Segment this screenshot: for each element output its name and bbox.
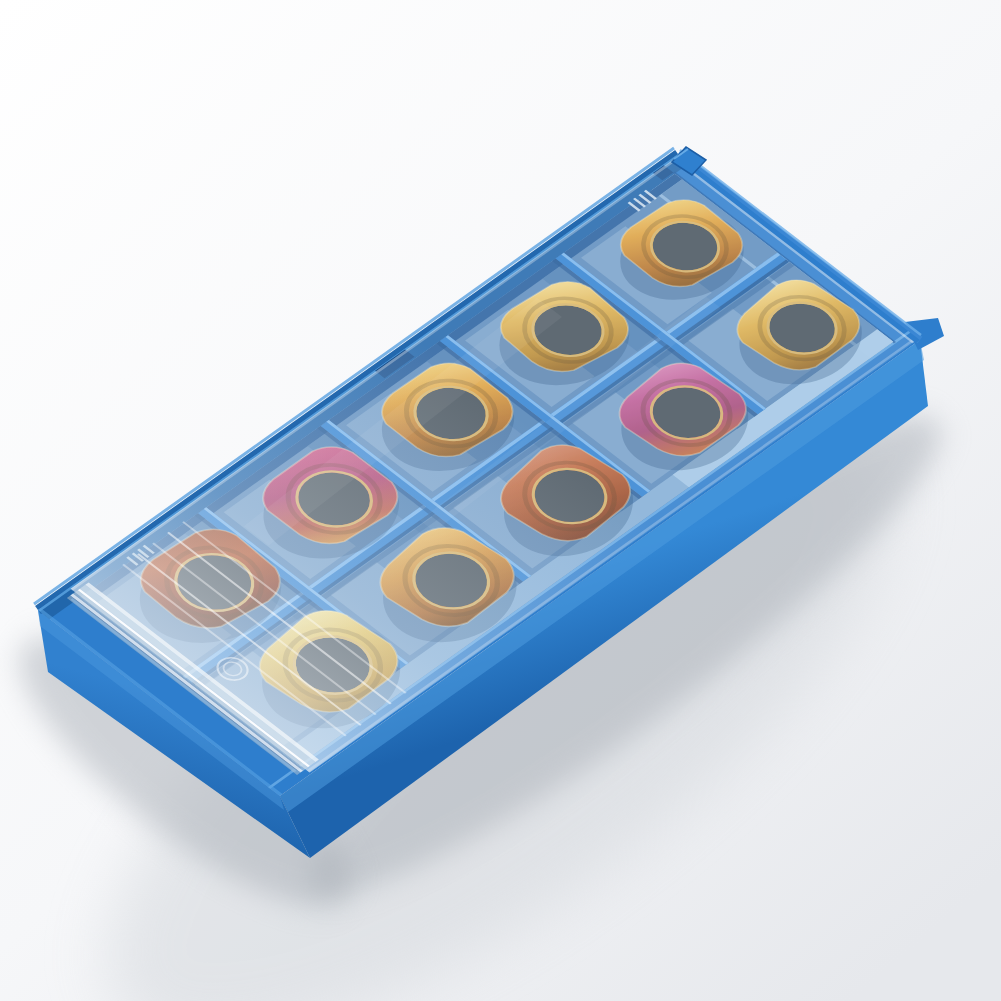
product-photo (0, 0, 1001, 1001)
photo-canvas (0, 0, 1001, 1001)
